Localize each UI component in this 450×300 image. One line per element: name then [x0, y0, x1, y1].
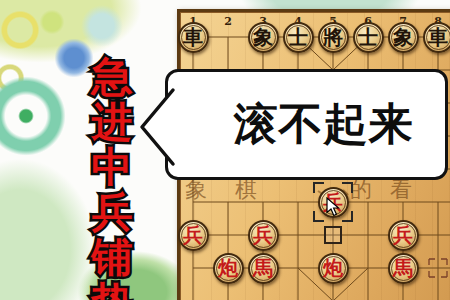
- speech-bubble: 滚不起来: [165, 69, 448, 180]
- speech-bubble-tail: [136, 86, 176, 168]
- piece-black-advisor[interactable]: 士: [281, 21, 316, 54]
- piece-red-soldier[interactable]: 兵: [246, 219, 281, 252]
- caption-char: 兵兵: [91, 190, 133, 235]
- mouse-cursor-icon: [326, 197, 340, 217]
- caption-char: 铺铺: [91, 235, 133, 280]
- caption-char: 急急: [91, 55, 133, 100]
- piece-red-cannon[interactable]: 炮: [211, 252, 246, 285]
- piece-red-horse[interactable]: 馬: [246, 252, 281, 285]
- video-frame: 1 2 3 4 5 6 7 8 象棋 的看 車 象 士 將 士 象: [0, 0, 450, 300]
- piece-red-soldier[interactable]: 兵: [176, 219, 211, 252]
- caption-char: 中中: [91, 145, 133, 190]
- caption-char: 垫垫: [91, 280, 133, 300]
- piece-black-elephant[interactable]: 象: [386, 21, 421, 54]
- caption-char: 进进: [91, 100, 133, 145]
- piece-black-advisor[interactable]: 士: [351, 21, 386, 54]
- piece-black-chariot[interactable]: 車: [176, 21, 211, 54]
- piece-black-chariot[interactable]: 車: [421, 21, 450, 54]
- piece-red-soldier[interactable]: 兵: [386, 219, 421, 252]
- piece-red-horse[interactable]: 馬: [386, 252, 421, 285]
- piece-black-elephant[interactable]: 象: [246, 21, 281, 54]
- speech-bubble-text: 滚不起来: [234, 95, 414, 154]
- piece-black-general[interactable]: 將: [316, 21, 351, 54]
- piece-red-cannon[interactable]: 炮: [316, 252, 351, 285]
- vertical-caption: 急急 进进 中中 兵兵 铺铺 垫垫: [91, 55, 133, 300]
- move-origin-marker: [316, 219, 351, 252]
